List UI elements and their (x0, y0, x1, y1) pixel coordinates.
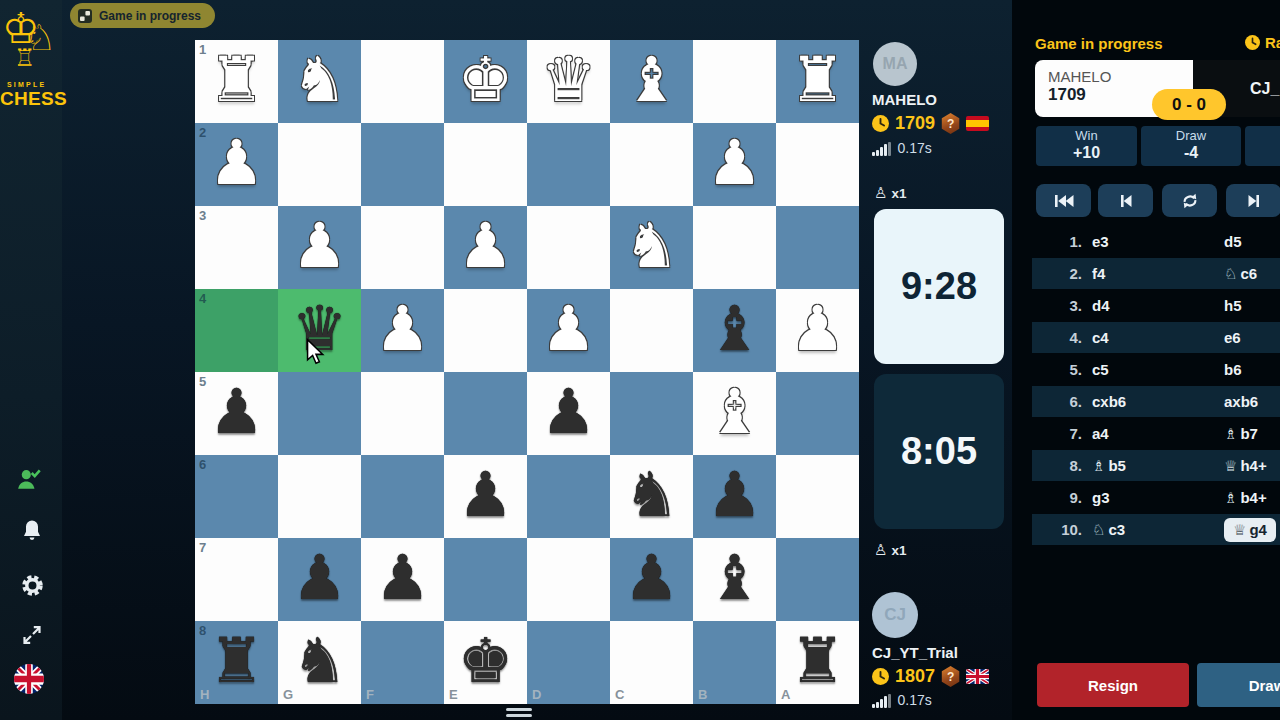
bottom-player-rating-row: 1807 ? (872, 666, 989, 687)
square-a2[interactable] (776, 123, 859, 206)
square-h6[interactable]: 6 (195, 455, 278, 538)
piece-bP-f7: ♟ (361, 538, 444, 621)
square-e2[interactable] (444, 123, 527, 206)
file-label-c: C (615, 687, 624, 702)
friends-online-icon[interactable] (14, 464, 44, 494)
menu-handle-icon[interactable] (506, 708, 532, 717)
flag-gb-icon (966, 669, 989, 684)
move-text: d5 (1224, 233, 1242, 250)
move-black-4[interactable]: e6 (1224, 329, 1241, 347)
move-text: h5 (1224, 297, 1242, 314)
move-row-4: 4.c4e6 (1032, 322, 1280, 353)
square-c3[interactable]: ♞ (610, 206, 693, 289)
piece-wQ-d1: ♛ (527, 40, 610, 123)
square-g7[interactable]: ♟ (278, 538, 361, 621)
piece-wP-h2: ♟ (195, 123, 278, 206)
top-captured-pieces: ♙ x1 (874, 184, 906, 202)
figurine-icon: ♕ (1233, 521, 1246, 539)
sidebar: ♔ ♘ ♖ SIMPLE CHESS (0, 0, 62, 720)
square-f6[interactable] (361, 455, 444, 538)
square-h4[interactable]: 4 (195, 289, 278, 372)
square-b8[interactable]: B (693, 621, 776, 704)
gear-icon[interactable] (17, 570, 47, 600)
square-d5[interactable]: ♟ (527, 372, 610, 455)
figurine-icon: ♗ (1224, 489, 1237, 507)
mouse-cursor (305, 338, 327, 365)
square-e5[interactable] (444, 372, 527, 455)
move-text: axb6 (1224, 393, 1258, 410)
piece-bP-b6: ♟ (693, 455, 776, 538)
square-d1[interactable]: ♛ (527, 40, 610, 123)
move-black-2[interactable]: ♘c6 (1224, 265, 1257, 283)
square-g5[interactable] (278, 372, 361, 455)
move-black-7[interactable]: ♗b7 (1224, 425, 1258, 443)
move-white-6[interactable]: cxb6 (1092, 393, 1184, 411)
clock-icon (872, 115, 889, 132)
piece-bP-d5: ♟ (527, 372, 610, 455)
move-number: 4. (1032, 329, 1082, 346)
top-player-rating: 1709 (895, 113, 935, 134)
move-number: 7. (1032, 425, 1082, 442)
language-flag-gb[interactable] (14, 664, 44, 694)
file-label-f: F (366, 687, 374, 702)
piece-wN-c3: ♞ (610, 206, 693, 289)
square-a8[interactable]: A♜ (776, 621, 859, 704)
move-row-2: 2.f4♘c6 (1032, 258, 1280, 289)
square-c7[interactable]: ♟ (610, 538, 693, 621)
scoreboard-left-name: MAHELO (1048, 68, 1193, 85)
square-h5[interactable]: 5♟ (195, 372, 278, 455)
square-c2[interactable] (610, 123, 693, 206)
move-text: f4 (1092, 265, 1105, 282)
square-a1[interactable]: ♜ (776, 40, 859, 123)
square-c5[interactable] (610, 372, 693, 455)
last-move-button[interactable] (1226, 184, 1280, 217)
avatar-bottom-player: CJ (872, 592, 918, 638)
move-text: e3 (1092, 233, 1109, 250)
top-captured-count: x1 (891, 186, 906, 201)
rated-indicator: Ra (1245, 34, 1280, 51)
square-a5[interactable] (776, 372, 859, 455)
square-h3[interactable]: 3 (195, 206, 278, 289)
bottom-player-ping-value: 0.17s (898, 692, 932, 708)
move-number: 1. (1032, 233, 1082, 250)
piece-bN-c6: ♞ (610, 455, 693, 538)
piece-bP-h5: ♟ (195, 372, 278, 455)
square-d6[interactable] (527, 455, 610, 538)
piece-wP-a4: ♟ (776, 289, 859, 372)
move-row-1: 1.e3d5 (1032, 226, 1280, 257)
square-b4[interactable]: ♝ (693, 289, 776, 372)
square-d3[interactable] (527, 206, 610, 289)
piece-wK-e1: ♚ (444, 40, 527, 123)
square-b3[interactable] (693, 206, 776, 289)
piece-wP-e3: ♟ (444, 206, 527, 289)
top-player-name: MAHELO (872, 91, 937, 108)
piece-bP-g7: ♟ (278, 538, 361, 621)
piece-wP-b2: ♟ (693, 123, 776, 206)
move-row-10: 10.♘c3♕g4 (1032, 514, 1280, 545)
figurine-icon: ♗ (1224, 425, 1237, 443)
square-f7[interactable]: ♟ (361, 538, 444, 621)
win-rating-change: Win +10 (1036, 126, 1137, 166)
piece-wP-f4: ♟ (361, 289, 444, 372)
game-status-label: Game in progress (99, 9, 201, 23)
square-d2[interactable] (527, 123, 610, 206)
fullscreen-icon[interactable] (17, 620, 47, 650)
piece-wB-b5: ♝ (693, 372, 776, 455)
square-c1[interactable]: ♝ (610, 40, 693, 123)
move-white-7[interactable]: a4 (1092, 425, 1184, 443)
square-f1[interactable] (361, 40, 444, 123)
flag-es-icon (966, 116, 989, 131)
move-white-4[interactable]: c4 (1092, 329, 1184, 347)
last-move-icon (1242, 193, 1266, 209)
rank-label-8: 8 (199, 623, 206, 638)
piece-bP-c7: ♟ (610, 538, 693, 621)
flip-board-button[interactable] (1162, 184, 1217, 217)
file-label-e: E (449, 687, 458, 702)
move-text: g4 (1249, 521, 1267, 538)
prev-move-button[interactable] (1098, 184, 1153, 217)
rank-label-7: 7 (199, 540, 206, 555)
flip-board-icon (1180, 192, 1200, 210)
move-white-5[interactable]: c5 (1092, 361, 1184, 379)
first-move-button[interactable] (1036, 184, 1091, 217)
move-number: 5. (1032, 361, 1082, 378)
square-g1[interactable]: ♞ (278, 40, 361, 123)
square-g8[interactable]: G♞ (278, 621, 361, 704)
square-f2[interactable] (361, 123, 444, 206)
square-e6[interactable]: ♟ (444, 455, 527, 538)
move-white-9[interactable]: g3 (1092, 489, 1184, 507)
rated-label: Ra (1265, 34, 1280, 51)
rank-label-5: 5 (199, 374, 206, 389)
move-row-7: 7.a4♗b7 (1032, 418, 1280, 449)
move-text: c6 (1240, 265, 1257, 282)
move-text: d4 (1092, 297, 1110, 314)
bottom-player-name: CJ_YT_Trial (872, 644, 958, 661)
square-g6[interactable] (278, 455, 361, 538)
square-b5[interactable]: ♝ (693, 372, 776, 455)
move-white-1[interactable]: e3 (1092, 233, 1184, 251)
provisional-badge: ? (941, 113, 960, 134)
move-row-9: 9.g3♗b4+ (1032, 482, 1280, 513)
bottom-player-ping: 0.17s (872, 692, 932, 708)
top-player-clock: 9:28 (874, 209, 1004, 364)
top-player-rating-row: 1709 ? (872, 113, 989, 134)
rank-label-2: 2 (199, 125, 206, 140)
figurine-icon: ♘ (1224, 265, 1237, 283)
square-f8[interactable]: F (361, 621, 444, 704)
move-white-3[interactable]: d4 (1092, 297, 1184, 315)
move-text: b4+ (1240, 489, 1266, 506)
move-text: cxb6 (1092, 393, 1126, 410)
move-text: c4 (1092, 329, 1109, 346)
piece-wB-c1: ♝ (610, 40, 693, 123)
rank-label-4: 4 (199, 291, 206, 306)
signal-bars-icon (872, 142, 891, 156)
square-f4[interactable]: ♟ (361, 289, 444, 372)
clock-icon (1245, 35, 1260, 50)
square-a3[interactable] (776, 206, 859, 289)
figurine-icon: ♘ (1092, 521, 1105, 539)
square-d4[interactable]: ♟ (527, 289, 610, 372)
move-number: 2. (1032, 265, 1082, 282)
square-e7[interactable] (444, 538, 527, 621)
move-black-1[interactable]: d5 (1224, 233, 1242, 251)
square-b7[interactable]: ♝ (693, 538, 776, 621)
first-move-icon (1052, 193, 1076, 209)
bottom-player-clock: 8:05 (874, 374, 1004, 529)
move-black-3[interactable]: h5 (1224, 297, 1242, 315)
square-c6[interactable]: ♞ (610, 455, 693, 538)
file-label-b: B (698, 687, 707, 702)
file-label-g: G (283, 687, 293, 702)
score-pill: 0 - 0 (1152, 89, 1226, 120)
logo-rook-icon: ♖ (14, 46, 36, 70)
square-b2[interactable]: ♟ (693, 123, 776, 206)
square-e8[interactable]: E♚ (444, 621, 527, 704)
move-text: e6 (1224, 329, 1241, 346)
move-black-6[interactable]: axb6 (1224, 393, 1258, 411)
square-h1[interactable]: 1♜ (195, 40, 278, 123)
provisional-badge: ? (941, 666, 960, 687)
draw-offer-button[interactable]: Draw (1197, 663, 1280, 707)
square-h2[interactable]: 2♟ (195, 123, 278, 206)
rank-label-1: 1 (199, 42, 206, 57)
piece-bB-b7: ♝ (693, 538, 776, 621)
move-number: 6. (1032, 393, 1082, 410)
file-label-d: D (532, 687, 541, 702)
move-white-10[interactable]: ♘c3 (1092, 521, 1184, 539)
square-g2[interactable] (278, 123, 361, 206)
logo-text-big: CHESS (0, 88, 62, 110)
move-text: b6 (1224, 361, 1242, 378)
square-h8[interactable]: 8H♜ (195, 621, 278, 704)
scoreboard-right-name: CJ_ (1250, 80, 1279, 98)
piece-bB-b4: ♝ (693, 289, 776, 372)
piece-wN-g1: ♞ (278, 40, 361, 123)
bottom-captured-count: x1 (891, 543, 906, 558)
move-text: b5 (1108, 457, 1126, 474)
file-label-h: H (200, 687, 209, 702)
move-black-8[interactable]: ♕h4+ (1224, 457, 1267, 475)
pawn-icon: ♙ (874, 541, 887, 559)
square-a4[interactable]: ♟ (776, 289, 859, 372)
square-b1[interactable] (693, 40, 776, 123)
move-row-6: 6.cxb6axb6 (1032, 386, 1280, 417)
square-f3[interactable] (361, 206, 444, 289)
piece-wR-h1: ♜ (195, 40, 278, 123)
move-text: b7 (1240, 425, 1258, 442)
chess-board: 1♜♞♚♛♝♜2♟♟3♟♟♞4♛♟♟♝♟5♟♟♝6♟♞♟7♟♟♟♝8H♜G♞FE… (195, 40, 859, 704)
figurine-icon: ♗ (1092, 457, 1105, 475)
square-g3[interactable]: ♟ (278, 206, 361, 289)
draw-rating-change: Draw -4 (1141, 126, 1241, 166)
bottom-captured-pieces: ♙ x1 (874, 541, 906, 559)
draw-label: Draw (1176, 129, 1206, 144)
square-e3[interactable]: ♟ (444, 206, 527, 289)
move-row-5: 5.c5b6 (1032, 354, 1280, 385)
clock-icon (872, 668, 889, 685)
piece-wP-g3: ♟ (278, 206, 361, 289)
figurine-icon: ♕ (1224, 457, 1237, 475)
move-text: a4 (1092, 425, 1109, 442)
square-h7[interactable]: 7 (195, 538, 278, 621)
move-number: 9. (1032, 489, 1082, 506)
move-text: c3 (1108, 521, 1125, 538)
move-number: 3. (1032, 297, 1082, 314)
square-c4[interactable] (610, 289, 693, 372)
lose-rating-change (1245, 126, 1280, 166)
win-label: Win (1075, 129, 1097, 144)
square-e1[interactable]: ♚ (444, 40, 527, 123)
pawn-icon: ♙ (874, 184, 887, 202)
move-white-2[interactable]: f4 (1092, 265, 1184, 283)
win-value: +10 (1073, 144, 1100, 162)
bell-icon[interactable] (17, 516, 47, 546)
square-d8[interactable]: D (527, 621, 610, 704)
move-number: 8. (1032, 457, 1082, 474)
file-label-a: A (781, 687, 790, 702)
move-text: c5 (1092, 361, 1109, 378)
game-status-pill: Game in progress (70, 3, 215, 28)
top-player-ping-value: 0.17s (898, 140, 932, 156)
bottom-player-rating: 1807 (895, 666, 935, 687)
move-white-8[interactable]: ♗b5 (1092, 457, 1184, 475)
move-row-8: 8.♗b5♕h4+ (1032, 450, 1280, 481)
panel-header: Game in progress (1035, 35, 1163, 52)
square-c8[interactable]: C (610, 621, 693, 704)
square-e4[interactable] (444, 289, 527, 372)
piece-wR-a1: ♜ (776, 40, 859, 123)
square-f5[interactable] (361, 372, 444, 455)
move-black-9[interactable]: ♗b4+ (1224, 489, 1267, 507)
top-player-ping: 0.17s (872, 140, 932, 156)
move-number: 10. (1032, 521, 1082, 538)
rank-label-3: 3 (199, 208, 206, 223)
piece-bP-e6: ♟ (444, 455, 527, 538)
signal-bars-icon (872, 694, 891, 708)
logo-text-small: SIMPLE (7, 81, 46, 88)
move-text: g3 (1092, 489, 1110, 506)
move-text: h4+ (1240, 457, 1266, 474)
avatar-top-player: MA (873, 42, 917, 86)
square-b6[interactable]: ♟ (693, 455, 776, 538)
board-icon (78, 9, 92, 23)
resign-button[interactable]: Resign (1037, 663, 1189, 707)
square-d7[interactable] (527, 538, 610, 621)
piece-wP-d4: ♟ (527, 289, 610, 372)
move-row-3: 3.d4h5 (1032, 290, 1280, 321)
move-black-10[interactable]: ♕g4 (1224, 518, 1276, 542)
prev-move-icon (1114, 193, 1138, 209)
move-black-5[interactable]: b6 (1224, 361, 1242, 379)
square-a7[interactable] (776, 538, 859, 621)
square-a6[interactable] (776, 455, 859, 538)
draw-value: -4 (1184, 144, 1198, 162)
rank-label-6: 6 (199, 457, 206, 472)
